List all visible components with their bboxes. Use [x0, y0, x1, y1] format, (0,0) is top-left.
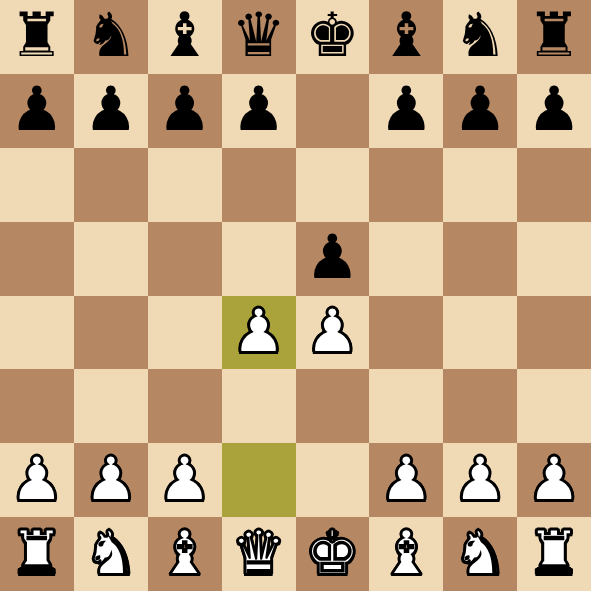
square-e2[interactable]: [296, 443, 370, 517]
piece-black-pawn[interactable]: ♟: [157, 78, 212, 139]
square-h3[interactable]: [517, 369, 591, 443]
square-f2[interactable]: ♟: [369, 443, 443, 517]
square-g1[interactable]: ♞: [443, 517, 517, 591]
piece-white-rook[interactable]: ♜: [527, 522, 582, 583]
square-f5[interactable]: [369, 222, 443, 296]
square-a6[interactable]: [0, 148, 74, 222]
piece-white-pawn[interactable]: ♟: [305, 300, 360, 361]
square-e1[interactable]: ♚: [296, 517, 370, 591]
piece-black-rook[interactable]: ♜: [10, 4, 65, 65]
square-h4[interactable]: [517, 296, 591, 370]
square-a3[interactable]: [0, 369, 74, 443]
square-b7[interactable]: ♟: [74, 74, 148, 148]
square-c5[interactable]: [148, 222, 222, 296]
square-e7[interactable]: [296, 74, 370, 148]
square-c8[interactable]: ♝: [148, 0, 222, 74]
square-d2[interactable]: [222, 443, 296, 517]
square-g8[interactable]: ♞: [443, 0, 517, 74]
piece-black-pawn[interactable]: ♟: [379, 78, 434, 139]
piece-black-knight[interactable]: ♞: [453, 4, 508, 65]
square-a7[interactable]: ♟: [0, 74, 74, 148]
piece-white-pawn[interactable]: ♟: [10, 448, 65, 509]
square-e3[interactable]: [296, 369, 370, 443]
square-h7[interactable]: ♟: [517, 74, 591, 148]
square-b6[interactable]: [74, 148, 148, 222]
square-f1[interactable]: ♝: [369, 517, 443, 591]
square-h6[interactable]: [517, 148, 591, 222]
square-b3[interactable]: [74, 369, 148, 443]
square-a8[interactable]: ♜: [0, 0, 74, 74]
square-g4[interactable]: [443, 296, 517, 370]
square-d1[interactable]: ♛: [222, 517, 296, 591]
square-h8[interactable]: ♜: [517, 0, 591, 74]
square-c7[interactable]: ♟: [148, 74, 222, 148]
piece-black-pawn[interactable]: ♟: [453, 78, 508, 139]
square-a4[interactable]: [0, 296, 74, 370]
square-h2[interactable]: ♟: [517, 443, 591, 517]
square-b8[interactable]: ♞: [74, 0, 148, 74]
piece-white-queen[interactable]: ♛: [231, 522, 286, 583]
square-d3[interactable]: [222, 369, 296, 443]
square-h5[interactable]: [517, 222, 591, 296]
square-g7[interactable]: ♟: [443, 74, 517, 148]
square-f4[interactable]: [369, 296, 443, 370]
square-e4[interactable]: ♟: [296, 296, 370, 370]
square-a5[interactable]: [0, 222, 74, 296]
square-h1[interactable]: ♜: [517, 517, 591, 591]
piece-black-pawn[interactable]: ♟: [83, 78, 138, 139]
piece-white-pawn[interactable]: ♟: [453, 448, 508, 509]
piece-black-pawn[interactable]: ♟: [527, 78, 582, 139]
piece-white-rook[interactable]: ♜: [10, 522, 65, 583]
piece-black-bishop[interactable]: ♝: [157, 4, 212, 65]
square-g3[interactable]: [443, 369, 517, 443]
piece-white-pawn[interactable]: ♟: [157, 448, 212, 509]
square-e6[interactable]: [296, 148, 370, 222]
square-f7[interactable]: ♟: [369, 74, 443, 148]
piece-white-king[interactable]: ♚: [305, 522, 360, 583]
square-a2[interactable]: ♟: [0, 443, 74, 517]
square-c6[interactable]: [148, 148, 222, 222]
square-f8[interactable]: ♝: [369, 0, 443, 74]
piece-black-pawn[interactable]: ♟: [305, 226, 360, 287]
piece-white-pawn[interactable]: ♟: [379, 448, 434, 509]
square-b4[interactable]: [74, 296, 148, 370]
square-c2[interactable]: ♟: [148, 443, 222, 517]
piece-white-knight[interactable]: ♞: [453, 522, 508, 583]
piece-black-queen[interactable]: ♛: [231, 4, 286, 65]
piece-white-pawn[interactable]: ♟: [83, 448, 138, 509]
piece-black-pawn[interactable]: ♟: [10, 78, 65, 139]
piece-black-rook[interactable]: ♜: [527, 4, 582, 65]
square-e8[interactable]: ♚: [296, 0, 370, 74]
piece-white-bishop[interactable]: ♝: [157, 522, 212, 583]
piece-white-pawn[interactable]: ♟: [231, 300, 286, 361]
piece-black-knight[interactable]: ♞: [83, 4, 138, 65]
square-d8[interactable]: ♛: [222, 0, 296, 74]
square-d6[interactable]: [222, 148, 296, 222]
square-f3[interactable]: [369, 369, 443, 443]
piece-black-king[interactable]: ♚: [305, 4, 360, 65]
square-b2[interactable]: ♟: [74, 443, 148, 517]
square-c3[interactable]: [148, 369, 222, 443]
piece-black-pawn[interactable]: ♟: [231, 78, 286, 139]
square-d4[interactable]: ♟: [222, 296, 296, 370]
square-d5[interactable]: [222, 222, 296, 296]
chess-board: ♜♞♝♛♚♝♞♜♟♟♟♟♟♟♟♟♟♟♟♟♟♟♟♟♜♞♝♛♚♝♞♜: [0, 0, 591, 591]
piece-white-pawn[interactable]: ♟: [527, 448, 582, 509]
piece-white-knight[interactable]: ♞: [83, 522, 138, 583]
square-b1[interactable]: ♞: [74, 517, 148, 591]
square-a1[interactable]: ♜: [0, 517, 74, 591]
square-g2[interactable]: ♟: [443, 443, 517, 517]
square-d7[interactable]: ♟: [222, 74, 296, 148]
square-c4[interactable]: [148, 296, 222, 370]
square-b5[interactable]: [74, 222, 148, 296]
square-f6[interactable]: [369, 148, 443, 222]
square-g6[interactable]: [443, 148, 517, 222]
square-e5[interactable]: ♟: [296, 222, 370, 296]
piece-white-bishop[interactable]: ♝: [379, 522, 434, 583]
piece-black-bishop[interactable]: ♝: [379, 4, 434, 65]
square-g5[interactable]: [443, 222, 517, 296]
square-c1[interactable]: ♝: [148, 517, 222, 591]
